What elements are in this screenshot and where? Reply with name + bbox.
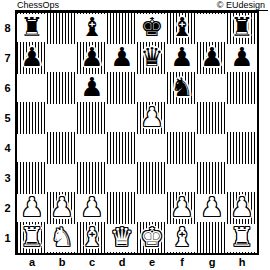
white-bishop[interactable]: ♝ <box>77 223 107 253</box>
white-rook[interactable]: ♜ <box>17 223 47 253</box>
black-queen[interactable]: ♛ <box>137 43 167 73</box>
black-bishop[interactable]: ♝ <box>77 13 107 43</box>
black-pawn[interactable]: ♟ <box>167 43 197 73</box>
file-labels: abcdefgh <box>17 255 270 269</box>
square-e7[interactable]: ♛ <box>137 43 167 73</box>
square-f6[interactable]: ♞ <box>167 73 197 103</box>
square-b2[interactable]: ♟ <box>47 193 77 223</box>
square-c7[interactable]: ♟ <box>77 43 107 73</box>
square-c5[interactable] <box>77 103 107 133</box>
square-e3[interactable] <box>137 163 167 193</box>
rank-label-1: 1 <box>0 223 15 253</box>
rank-label-7: 7 <box>0 43 15 73</box>
square-d4[interactable] <box>107 133 137 163</box>
square-c6[interactable]: ♟ <box>77 73 107 103</box>
white-king[interactable]: ♚ <box>137 223 167 253</box>
white-knight[interactable]: ♞ <box>47 223 77 253</box>
square-f8[interactable]: ♝ <box>167 13 197 43</box>
file-label-e: e <box>137 255 167 269</box>
black-rook[interactable]: ♜ <box>17 13 47 43</box>
square-h7[interactable]: ♟ <box>227 43 257 73</box>
white-queen[interactable]: ♛ <box>107 223 137 253</box>
black-rook[interactable]: ♜ <box>227 13 257 43</box>
rank-label-5: 5 <box>0 103 15 133</box>
black-pawn[interactable]: ♟ <box>17 43 47 73</box>
square-f1[interactable]: ♝ <box>167 223 197 253</box>
black-pawn[interactable]: ♟ <box>107 43 137 73</box>
square-d3[interactable] <box>107 163 137 193</box>
square-a1[interactable]: ♜ <box>17 223 47 253</box>
black-pawn[interactable]: ♟ <box>77 43 107 73</box>
square-b7[interactable] <box>47 43 77 73</box>
square-g3[interactable] <box>197 163 227 193</box>
black-knight[interactable]: ♞ <box>167 73 197 103</box>
black-pawn[interactable]: ♟ <box>77 73 107 103</box>
square-a2[interactable]: ♟ <box>17 193 47 223</box>
square-g6[interactable] <box>197 73 227 103</box>
white-pawn[interactable]: ♟ <box>77 193 107 223</box>
black-king[interactable]: ♚ <box>137 13 167 43</box>
square-b8[interactable] <box>47 13 77 43</box>
square-b5[interactable] <box>47 103 77 133</box>
black-pawn[interactable]: ♟ <box>197 43 227 73</box>
square-g8[interactable] <box>197 13 227 43</box>
white-pawn[interactable]: ♟ <box>137 103 167 133</box>
square-f4[interactable] <box>167 133 197 163</box>
app-title: ChessOps <box>17 0 59 10</box>
square-e4[interactable] <box>137 133 167 163</box>
rank-label-4: 4 <box>0 133 15 163</box>
square-d2[interactable] <box>107 193 137 223</box>
rank-label-6: 6 <box>0 73 15 103</box>
title-bar: ChessOps © EUdesign <box>15 0 268 11</box>
copyright-credit: © EUdesign <box>217 0 265 10</box>
square-h2[interactable]: ♟ <box>227 193 257 223</box>
square-b3[interactable] <box>47 163 77 193</box>
black-pawn[interactable]: ♟ <box>227 43 257 73</box>
rank-labels: 87654321 <box>0 11 15 253</box>
square-h8[interactable]: ♜ <box>227 13 257 43</box>
chess-board: ♜♝♚♝♜♟♟♟♛♟♟♟♟♞♟♟♟♟♟♟♟♜♞♝♛♚♝♜ <box>15 11 259 255</box>
rank-label-2: 2 <box>0 193 15 223</box>
square-f7[interactable]: ♟ <box>167 43 197 73</box>
square-b1[interactable]: ♞ <box>47 223 77 253</box>
white-pawn[interactable]: ♟ <box>17 193 47 223</box>
square-c8[interactable]: ♝ <box>77 13 107 43</box>
white-pawn[interactable]: ♟ <box>47 193 77 223</box>
square-d6[interactable] <box>107 73 137 103</box>
square-g7[interactable]: ♟ <box>197 43 227 73</box>
white-pawn[interactable]: ♟ <box>167 193 197 223</box>
square-a3[interactable] <box>17 163 47 193</box>
square-f2[interactable]: ♟ <box>167 193 197 223</box>
square-h6[interactable] <box>227 73 257 103</box>
square-d1[interactable]: ♛ <box>107 223 137 253</box>
square-f5[interactable] <box>167 103 197 133</box>
square-f3[interactable] <box>167 163 197 193</box>
board-zone: 87654321 ♜♝♚♝♜♟♟♟♛♟♟♟♟♞♟♟♟♟♟♟♟♜♞♝♛♚♝♜ <box>0 11 270 255</box>
square-e1[interactable]: ♚ <box>137 223 167 253</box>
square-h5[interactable] <box>227 103 257 133</box>
white-pawn[interactable]: ♟ <box>197 193 227 223</box>
square-g1[interactable] <box>197 223 227 253</box>
square-h4[interactable] <box>227 133 257 163</box>
square-b6[interactable] <box>47 73 77 103</box>
file-label-a: a <box>17 255 47 269</box>
file-label-f: f <box>167 255 197 269</box>
black-bishop[interactable]: ♝ <box>167 13 197 43</box>
square-e8[interactable]: ♚ <box>137 13 167 43</box>
white-pawn[interactable]: ♟ <box>227 193 257 223</box>
square-d5[interactable] <box>107 103 137 133</box>
file-label-h: h <box>227 255 257 269</box>
square-h3[interactable] <box>227 163 257 193</box>
square-a6[interactable] <box>17 73 47 103</box>
square-g4[interactable] <box>197 133 227 163</box>
square-e6[interactable] <box>137 73 167 103</box>
square-b4[interactable] <box>47 133 77 163</box>
file-label-b: b <box>47 255 77 269</box>
rank-label-3: 3 <box>0 163 15 193</box>
square-g5[interactable] <box>197 103 227 133</box>
square-e2[interactable] <box>137 193 167 223</box>
square-h1[interactable]: ♜ <box>227 223 257 253</box>
chessops-window: ChessOps © EUdesign 87654321 ♜♝♚♝♜♟♟♟♛♟♟… <box>0 0 270 270</box>
square-c3[interactable] <box>77 163 107 193</box>
file-label-d: d <box>107 255 137 269</box>
square-c4[interactable] <box>77 133 107 163</box>
white-bishop[interactable]: ♝ <box>167 223 197 253</box>
square-a5[interactable] <box>17 103 47 133</box>
square-a4[interactable] <box>17 133 47 163</box>
square-d8[interactable] <box>107 13 137 43</box>
white-rook[interactable]: ♜ <box>227 223 257 253</box>
square-g2[interactable]: ♟ <box>197 193 227 223</box>
square-a8[interactable]: ♜ <box>17 13 47 43</box>
square-d7[interactable]: ♟ <box>107 43 137 73</box>
square-a7[interactable]: ♟ <box>17 43 47 73</box>
square-e5[interactable]: ♟ <box>137 103 167 133</box>
file-label-c: c <box>77 255 107 269</box>
rank-label-8: 8 <box>0 13 15 43</box>
file-label-g: g <box>197 255 227 269</box>
square-c2[interactable]: ♟ <box>77 193 107 223</box>
square-c1[interactable]: ♝ <box>77 223 107 253</box>
